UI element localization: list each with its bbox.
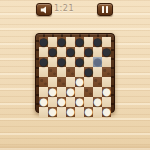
square-r8c6[interactable]: ● xyxy=(84,107,93,117)
square-r6c2[interactable]: ● xyxy=(48,87,57,97)
square-r7c5[interactable]: ● xyxy=(75,97,84,107)
square-r4c1[interactable] xyxy=(39,67,48,77)
black-man[interactable]: ● xyxy=(93,37,102,47)
square-r7c3[interactable]: ● xyxy=(57,97,66,107)
game-timer: 1:21 xyxy=(54,4,70,14)
square-r8c3[interactable] xyxy=(57,107,66,117)
black-man[interactable]: ● xyxy=(57,37,66,47)
black-man[interactable]: ● xyxy=(75,37,84,47)
square-r4c4[interactable] xyxy=(66,67,75,77)
square-r2c8[interactable]: ● xyxy=(102,47,111,57)
square-r6c4[interactable]: ● xyxy=(66,87,75,97)
sound-button[interactable] xyxy=(36,3,52,16)
square-r8c7[interactable] xyxy=(93,107,102,117)
square-r4c3[interactable] xyxy=(57,67,66,77)
square-r1c1[interactable]: ● xyxy=(39,37,48,47)
white-man[interactable]: ● xyxy=(75,97,84,107)
square-r8c2[interactable]: ● xyxy=(48,107,57,117)
square-r4c6[interactable]: ● xyxy=(84,67,93,77)
white-man[interactable]: ● xyxy=(48,87,57,97)
square-r2c4[interactable]: ● xyxy=(66,47,75,57)
square-r8c5[interactable] xyxy=(75,107,84,117)
square-r3c4[interactable] xyxy=(66,57,75,67)
white-man[interactable]: ● xyxy=(93,97,102,107)
square-r3c7[interactable]: ● xyxy=(93,57,102,67)
square-r2c2[interactable]: ● xyxy=(48,47,57,57)
black-man[interactable]: ● xyxy=(39,37,48,47)
black-man[interactable]: ● xyxy=(84,47,93,57)
square-r4c2[interactable] xyxy=(48,67,57,77)
ghost-piece: ● xyxy=(93,57,102,67)
pause-icon xyxy=(102,6,108,13)
square-r5c6[interactable] xyxy=(84,77,93,87)
white-man[interactable]: ● xyxy=(102,87,111,97)
square-r1c7[interactable]: ● xyxy=(93,37,102,47)
square-r5c1[interactable] xyxy=(39,77,48,87)
square-r1c3[interactable]: ● xyxy=(57,37,66,47)
white-man[interactable]: ● xyxy=(66,87,75,97)
square-r5c3[interactable] xyxy=(57,77,66,87)
square-r3c1[interactable]: ● xyxy=(39,57,48,67)
square-r3c3[interactable]: ● xyxy=(57,57,66,67)
square-r3c5[interactable]: ● xyxy=(75,57,84,67)
pause-button[interactable] xyxy=(97,3,113,16)
white-man[interactable]: ● xyxy=(66,107,75,117)
black-man[interactable]: ● xyxy=(48,47,57,57)
black-man[interactable]: ● xyxy=(102,47,111,57)
square-r4c7[interactable] xyxy=(93,67,102,77)
square-r8c1[interactable] xyxy=(39,107,48,117)
white-man[interactable]: ● xyxy=(39,97,48,107)
app-screen: 1:21 ●●●●●●●●●●●●●●●●●●●●●●●●● xyxy=(0,0,150,150)
white-man[interactable]: ● xyxy=(102,107,111,117)
square-r2c6[interactable]: ● xyxy=(84,47,93,57)
black-man[interactable]: ● xyxy=(66,47,75,57)
black-man[interactable]: ● xyxy=(39,57,48,67)
black-man[interactable]: ● xyxy=(57,57,66,67)
square-r6c6[interactable] xyxy=(84,87,93,97)
white-man[interactable]: ● xyxy=(75,77,84,87)
square-r1c5[interactable]: ● xyxy=(75,37,84,47)
checkers-board-frame: ●●●●●●●●●●●●●●●●●●●●●●●●● xyxy=(35,33,115,113)
white-man[interactable]: ● xyxy=(84,107,93,117)
square-r8c8[interactable]: ● xyxy=(102,107,111,117)
square-r8c4[interactable]: ● xyxy=(66,107,75,117)
square-r5c5[interactable]: ● xyxy=(75,77,84,87)
square-r3c8[interactable] xyxy=(102,57,111,67)
speaker-icon xyxy=(39,5,49,15)
square-r7c7[interactable]: ● xyxy=(93,97,102,107)
square-r6c8[interactable]: ● xyxy=(102,87,111,97)
white-man[interactable]: ● xyxy=(48,107,57,117)
square-r5c7[interactable] xyxy=(93,77,102,87)
black-man[interactable]: ● xyxy=(75,57,84,67)
square-r3c2[interactable] xyxy=(48,57,57,67)
white-man[interactable]: ● xyxy=(57,97,66,107)
square-r7c1[interactable]: ● xyxy=(39,97,48,107)
black-man[interactable]: ● xyxy=(84,67,93,77)
checkers-board: ●●●●●●●●●●●●●●●●●●●●●●●●● xyxy=(39,37,111,109)
square-r4c8[interactable] xyxy=(102,67,111,77)
